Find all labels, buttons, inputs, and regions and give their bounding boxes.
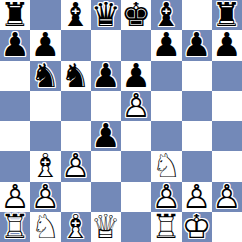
square-a1[interactable]: ♜♖	[0, 212, 30, 242]
square-f7[interactable]: ♟	[151, 30, 181, 60]
square-e1[interactable]	[121, 212, 151, 242]
square-h6[interactable]	[212, 61, 242, 91]
square-b6[interactable]: ♞	[30, 61, 60, 91]
square-e5[interactable]: ♟♙	[121, 91, 151, 121]
square-g6[interactable]	[182, 61, 212, 91]
white-knight-icon: ♘	[31, 212, 61, 242]
square-d1[interactable]: ♛♕	[91, 212, 121, 242]
square-d4[interactable]: ♟	[91, 121, 121, 151]
square-c8[interactable]: ♝	[61, 0, 91, 30]
square-f5[interactable]	[151, 91, 181, 121]
square-e4[interactable]	[121, 121, 151, 151]
black-pawn[interactable]: ♟	[182, 30, 212, 60]
white-knight[interactable]: ♞♘	[30, 212, 60, 242]
white-pawn[interactable]: ♟♙	[61, 151, 91, 181]
black-king[interactable]: ♚	[121, 0, 151, 30]
square-h4[interactable]	[212, 121, 242, 151]
square-c5[interactable]	[61, 91, 91, 121]
square-h2[interactable]: ♟♙	[212, 182, 242, 212]
black-pawn-icon: ♟	[152, 30, 182, 60]
square-f6[interactable]	[151, 61, 181, 91]
black-pawn[interactable]: ♟	[151, 30, 181, 60]
black-pawn-icon: ♟	[212, 30, 242, 60]
square-b5[interactable]	[30, 91, 60, 121]
square-d3[interactable]	[91, 151, 121, 181]
black-pawn-icon: ♟	[91, 61, 121, 91]
black-queen[interactable]: ♛	[91, 0, 121, 30]
white-bishop-icon: ♗	[61, 212, 91, 242]
black-pawn-icon: ♟	[182, 30, 212, 60]
black-knight-icon: ♞	[61, 61, 91, 91]
white-pawn[interactable]: ♟♙	[212, 182, 242, 212]
square-c6[interactable]: ♞	[61, 61, 91, 91]
white-king[interactable]: ♚♔	[182, 212, 212, 242]
chess-board: ♜♝♛♚♝♜♟♟♟♟♟♞♞♟♟♟♙♟♝♗♟♙♞♘♟♙♟♙♟♙♟♙♟♙♜♖♞♘♝♗…	[0, 0, 242, 242]
black-pawn[interactable]: ♟	[91, 121, 121, 151]
black-knight[interactable]: ♞	[61, 61, 91, 91]
black-pawn-icon: ♟	[0, 30, 30, 60]
white-queen[interactable]: ♛♕	[91, 212, 121, 242]
square-a7[interactable]: ♟	[0, 30, 30, 60]
white-rook-icon: ♖	[0, 212, 30, 242]
black-knight[interactable]: ♞	[30, 61, 60, 91]
white-pawn-icon: ♙	[121, 91, 151, 121]
square-a5[interactable]	[0, 91, 30, 121]
square-g7[interactable]: ♟	[182, 30, 212, 60]
square-a4[interactable]	[0, 121, 30, 151]
square-h7[interactable]: ♟	[212, 30, 242, 60]
square-e3[interactable]	[121, 151, 151, 181]
black-knight-icon: ♞	[31, 61, 61, 91]
white-rook-icon: ♖	[152, 212, 182, 242]
white-rook[interactable]: ♜♖	[0, 212, 30, 242]
black-bishop[interactable]: ♝	[61, 0, 91, 30]
square-d6[interactable]: ♟	[91, 61, 121, 91]
square-h1[interactable]	[212, 212, 242, 242]
square-g1[interactable]: ♚♔	[182, 212, 212, 242]
square-d8[interactable]: ♛	[91, 0, 121, 30]
square-g4[interactable]	[182, 121, 212, 151]
white-queen-icon: ♕	[91, 212, 121, 242]
white-pawn-icon: ♙	[212, 182, 242, 212]
black-pawn[interactable]: ♟	[212, 30, 242, 60]
square-g5[interactable]	[182, 91, 212, 121]
square-h5[interactable]	[212, 91, 242, 121]
square-c3[interactable]: ♟♙	[61, 151, 91, 181]
square-b1[interactable]: ♞♘	[30, 212, 60, 242]
square-e2[interactable]	[121, 182, 151, 212]
white-pawn-icon: ♙	[61, 151, 91, 181]
black-pawn-icon: ♟	[91, 121, 121, 151]
white-rook[interactable]: ♜♖	[151, 212, 181, 242]
white-bishop[interactable]: ♝♗	[61, 212, 91, 242]
square-f1[interactable]: ♜♖	[151, 212, 181, 242]
square-e8[interactable]: ♚	[121, 0, 151, 30]
white-pawn[interactable]: ♟♙	[121, 91, 151, 121]
black-pawn[interactable]: ♟	[0, 30, 30, 60]
black-king-icon: ♚	[121, 0, 151, 30]
square-a6[interactable]	[0, 61, 30, 91]
black-queen-icon: ♛	[91, 0, 121, 30]
black-pawn[interactable]: ♟	[91, 61, 121, 91]
square-c1[interactable]: ♝♗	[61, 212, 91, 242]
white-king-icon: ♔	[182, 212, 212, 242]
black-bishop-icon: ♝	[61, 0, 91, 30]
